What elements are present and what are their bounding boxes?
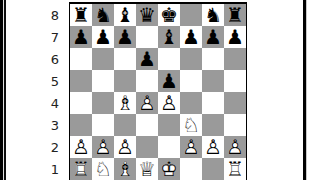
square-g2: ♟♙ xyxy=(202,136,224,158)
piece-black-queen: ♛ xyxy=(138,4,156,26)
piece-white-bishop: ♝♗ xyxy=(116,158,134,180)
piece-black-king: ♚ xyxy=(160,4,178,26)
rank-label-5: 5 xyxy=(42,70,64,92)
square-h8: ♜ xyxy=(224,4,246,26)
piece-white-pawn: ♟♙ xyxy=(138,92,156,114)
square-c3 xyxy=(114,114,136,136)
piece-white-pawn: ♟♙ xyxy=(94,136,112,158)
square-c5 xyxy=(114,70,136,92)
piece-outline: ♙ xyxy=(160,91,178,115)
square-g6 xyxy=(202,48,224,70)
piece-black-knight: ♞ xyxy=(94,4,112,26)
square-g4 xyxy=(202,92,224,114)
square-f6 xyxy=(180,48,202,70)
piece-black-pawn: ♟ xyxy=(182,26,200,48)
square-h4 xyxy=(224,92,246,114)
square-h6 xyxy=(224,48,246,70)
square-e5: ♟ xyxy=(158,70,180,92)
piece-black-bishop: ♝ xyxy=(160,26,178,48)
square-d5 xyxy=(136,70,158,92)
square-e1: ♚♔ xyxy=(158,158,180,180)
square-e3 xyxy=(158,114,180,136)
piece-black-pawn: ♟ xyxy=(160,70,178,92)
square-g3 xyxy=(202,114,224,136)
square-a4 xyxy=(70,92,92,114)
piece-black-pawn: ♟ xyxy=(116,26,134,48)
square-h1: ♜♖ xyxy=(224,158,246,180)
square-e4: ♟♙ xyxy=(158,92,180,114)
square-f4 xyxy=(180,92,202,114)
rank-label-3: 3 xyxy=(42,114,64,136)
square-b3 xyxy=(92,114,114,136)
square-g1 xyxy=(202,158,224,180)
piece-white-knight: ♞♘ xyxy=(94,158,112,180)
frame-right-border-highlight xyxy=(306,0,307,180)
square-b8: ♞ xyxy=(92,4,114,26)
square-h5 xyxy=(224,70,246,92)
piece-black-knight: ♞ xyxy=(204,4,222,26)
square-c8: ♝ xyxy=(114,4,136,26)
square-a7: ♟ xyxy=(70,26,92,48)
frame-left-border-inner xyxy=(4,0,6,180)
piece-white-queen: ♛♕ xyxy=(138,158,156,180)
square-a5 xyxy=(70,70,92,92)
square-f3: ♞♘ xyxy=(180,114,202,136)
square-b4 xyxy=(92,92,114,114)
square-d8: ♛ xyxy=(136,4,158,26)
square-e8: ♚ xyxy=(158,4,180,26)
square-f1 xyxy=(180,158,202,180)
square-a6 xyxy=(70,48,92,70)
square-b5 xyxy=(92,70,114,92)
piece-outline: ♙ xyxy=(116,135,134,159)
rank-labels: 87654321 xyxy=(42,4,64,180)
piece-black-pawn: ♟ xyxy=(138,48,156,70)
rank-label-4: 4 xyxy=(42,92,64,114)
rank-label-2: 2 xyxy=(42,136,64,158)
piece-white-rook: ♜♖ xyxy=(226,158,244,180)
square-c7: ♟ xyxy=(114,26,136,48)
square-a8: ♜ xyxy=(70,4,92,26)
square-e7: ♝ xyxy=(158,26,180,48)
square-e2 xyxy=(158,136,180,158)
chessboard: ♜♞♝♛♚♞♜♟♟♟♝♟♟♟♟♟♝♗♟♙♟♙♞♘♟♙♟♙♟♙♟♙♟♙♟♙♜♖♞♘… xyxy=(69,2,247,180)
square-h3 xyxy=(224,114,246,136)
rank-label-1: 1 xyxy=(42,158,64,180)
square-c6 xyxy=(114,48,136,70)
piece-outline: ♙ xyxy=(94,135,112,159)
piece-black-pawn: ♟ xyxy=(204,26,222,48)
piece-black-bishop: ♝ xyxy=(116,4,134,26)
piece-outline: ♕ xyxy=(138,157,156,180)
piece-outline: ♔ xyxy=(160,157,178,180)
piece-black-pawn: ♟ xyxy=(72,26,90,48)
piece-outline: ♙ xyxy=(226,135,244,159)
piece-white-bishop: ♝♗ xyxy=(116,92,134,114)
square-d1: ♛♕ xyxy=(136,158,158,180)
piece-outline: ♖ xyxy=(226,157,244,180)
square-h2: ♟♙ xyxy=(224,136,246,158)
rank-label-7: 7 xyxy=(42,26,64,48)
rank-label-8: 8 xyxy=(42,4,64,26)
square-d4: ♟♙ xyxy=(136,92,158,114)
square-f7: ♟ xyxy=(180,26,202,48)
piece-outline: ♙ xyxy=(204,135,222,159)
square-f2: ♟♙ xyxy=(180,136,202,158)
square-c4: ♝♗ xyxy=(114,92,136,114)
piece-white-rook: ♜♖ xyxy=(72,158,90,180)
square-h7: ♟ xyxy=(224,26,246,48)
piece-white-knight: ♞♘ xyxy=(182,114,200,136)
square-c2: ♟♙ xyxy=(114,136,136,158)
square-d7 xyxy=(136,26,158,48)
square-d2 xyxy=(136,136,158,158)
piece-black-pawn: ♟ xyxy=(94,26,112,48)
square-a2: ♟♙ xyxy=(70,136,92,158)
piece-outline: ♘ xyxy=(94,157,112,180)
piece-white-pawn: ♟♙ xyxy=(226,136,244,158)
piece-outline: ♙ xyxy=(72,135,90,159)
piece-white-pawn: ♟♙ xyxy=(204,136,222,158)
square-b1: ♞♘ xyxy=(92,158,114,180)
square-g7: ♟ xyxy=(202,26,224,48)
piece-outline: ♘ xyxy=(182,113,200,137)
square-g5 xyxy=(202,70,224,92)
square-d6: ♟ xyxy=(136,48,158,70)
piece-outline: ♙ xyxy=(182,135,200,159)
square-c1: ♝♗ xyxy=(114,158,136,180)
piece-outline: ♖ xyxy=(72,157,90,180)
square-f5 xyxy=(180,70,202,92)
square-b6 xyxy=(92,48,114,70)
piece-black-pawn: ♟ xyxy=(226,26,244,48)
square-g8: ♞ xyxy=(202,4,224,26)
square-a1: ♜♖ xyxy=(70,158,92,180)
square-f8 xyxy=(180,4,202,26)
piece-white-king: ♚♔ xyxy=(160,158,178,180)
piece-white-pawn: ♟♙ xyxy=(160,92,178,114)
rank-label-6: 6 xyxy=(42,48,64,70)
piece-white-pawn: ♟♙ xyxy=(72,136,90,158)
square-b2: ♟♙ xyxy=(92,136,114,158)
piece-white-pawn: ♟♙ xyxy=(116,136,134,158)
piece-black-rook: ♜ xyxy=(226,4,244,26)
square-b7: ♟ xyxy=(92,26,114,48)
piece-white-pawn: ♟♙ xyxy=(182,136,200,158)
piece-outline: ♙ xyxy=(138,91,156,115)
square-e6 xyxy=(158,48,180,70)
square-a3 xyxy=(70,114,92,136)
piece-black-rook: ♜ xyxy=(72,4,90,26)
piece-outline: ♗ xyxy=(116,157,134,180)
square-d3 xyxy=(136,114,158,136)
piece-outline: ♗ xyxy=(116,91,134,115)
